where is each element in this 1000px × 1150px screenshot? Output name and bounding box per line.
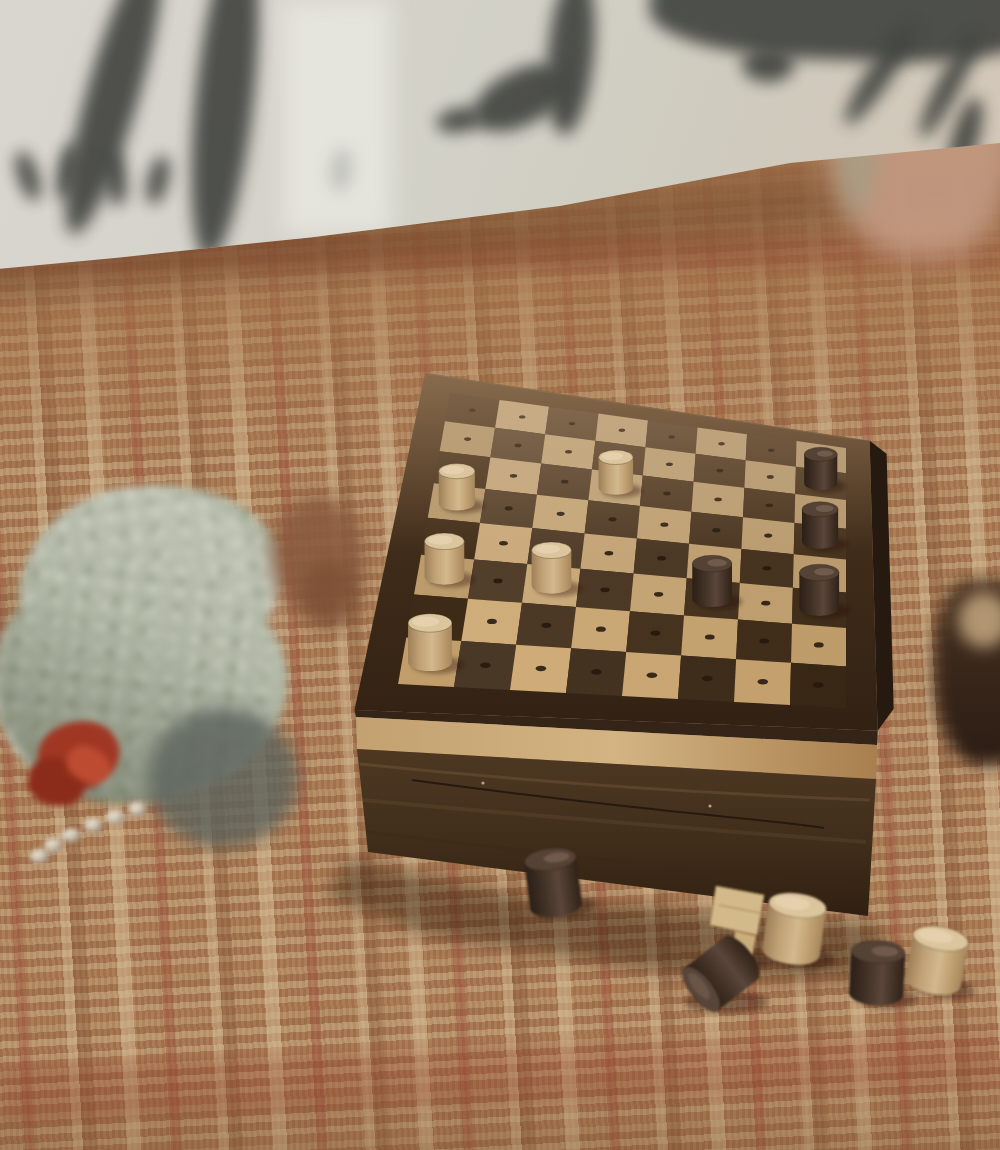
peg-light (760, 889, 843, 972)
peg-light (903, 922, 985, 1003)
photo-scene (0, 0, 1000, 1150)
loose-pegs (0, 0, 1000, 1150)
peg-dark (523, 844, 597, 923)
